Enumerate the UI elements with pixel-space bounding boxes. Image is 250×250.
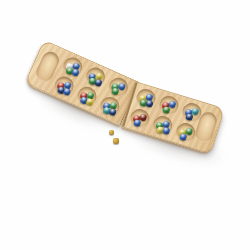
pit-top-4[interactable] (134, 87, 158, 111)
brass-latch-icon (113, 138, 119, 144)
bead-darkblue (94, 78, 103, 87)
bead-blue (179, 133, 188, 142)
pit-bottom-4[interactable] (128, 107, 152, 131)
bead-yellow (85, 97, 94, 106)
bead-darkblue (108, 108, 117, 117)
bead-blue (133, 119, 142, 128)
bead-blue (71, 68, 80, 77)
pit-bottom-6[interactable] (174, 121, 198, 145)
bead-blue (62, 87, 71, 96)
pit-bottom-5[interactable] (151, 114, 175, 138)
pit-bottom-3[interactable] (97, 94, 122, 119)
mancala-board-photo (0, 0, 250, 250)
pit-top-5[interactable] (157, 94, 181, 118)
bead-darkblue (145, 99, 154, 108)
pit-bottom-2[interactable] (74, 84, 99, 109)
bead-darkblue (185, 113, 194, 122)
pit-bottom-1[interactable] (52, 74, 77, 99)
bead-blue (162, 127, 171, 136)
brass-latch-icon (109, 130, 114, 135)
